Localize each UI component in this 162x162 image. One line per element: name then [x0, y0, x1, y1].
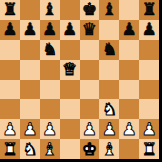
square-e3[interactable] [80, 99, 100, 119]
square-b1[interactable]: ♞ [20, 139, 40, 159]
square-d2[interactable] [60, 119, 80, 139]
square-h7[interactable]: ♟ [139, 20, 159, 40]
square-h3[interactable] [139, 99, 159, 119]
square-a2[interactable]: ♟ [0, 119, 20, 139]
piece-bP-b7: ♟ [22, 21, 37, 38]
square-f2[interactable]: ♟ [99, 119, 119, 139]
square-c8[interactable]: ♝ [40, 0, 60, 20]
square-e4[interactable] [80, 80, 100, 100]
square-a5[interactable] [0, 60, 20, 80]
square-c7[interactable]: ♟ [40, 20, 60, 40]
square-d7[interactable]: ♟ [60, 20, 80, 40]
piece-wB-f1: ♝ [102, 140, 117, 157]
square-e7[interactable]: ♛ [80, 20, 100, 40]
square-a3[interactable] [0, 99, 20, 119]
square-h1[interactable]: ♜ [139, 139, 159, 159]
square-b3[interactable] [20, 99, 40, 119]
square-f1[interactable]: ♝ [99, 139, 119, 159]
square-e1[interactable]: ♚ [80, 139, 100, 159]
square-c4[interactable] [40, 80, 60, 100]
piece-wN-b1: ♞ [22, 140, 37, 157]
square-e6[interactable] [80, 40, 100, 60]
square-a6[interactable] [0, 40, 20, 60]
square-b2[interactable]: ♟ [20, 119, 40, 139]
square-c2[interactable]: ♟ [40, 119, 60, 139]
square-c6[interactable]: ♞ [40, 40, 60, 60]
square-e2[interactable]: ♟ [80, 119, 100, 139]
square-g1[interactable] [119, 139, 139, 159]
piece-bB-c8: ♝ [42, 1, 57, 18]
piece-bP-a7: ♟ [2, 21, 17, 38]
piece-wP-f2: ♟ [102, 120, 117, 137]
piece-wP-c2: ♟ [42, 120, 57, 137]
square-g6[interactable] [119, 40, 139, 60]
square-f5[interactable] [99, 60, 119, 80]
square-c5[interactable] [40, 60, 60, 80]
piece-wK-e1: ♚ [82, 140, 97, 157]
piece-wP-b2: ♟ [22, 120, 37, 137]
square-a4[interactable] [0, 80, 20, 100]
square-d4[interactable] [60, 80, 80, 100]
square-d8[interactable] [60, 0, 80, 20]
chess-board: ♜♝♚♝♜♟♟♟♟♛♟♟♞♞♛♞♟♟♟♟♟♟♟♜♞♝♚♝♜ [0, 0, 159, 159]
piece-bQ-e7: ♛ [82, 21, 97, 38]
square-b4[interactable] [20, 80, 40, 100]
square-h6[interactable] [139, 40, 159, 60]
square-g5[interactable] [119, 60, 139, 80]
square-d1[interactable] [60, 139, 80, 159]
piece-bP-c7: ♟ [42, 21, 57, 38]
square-f6[interactable]: ♞ [99, 40, 119, 60]
square-d5[interactable]: ♛ [60, 60, 80, 80]
piece-bK-e8: ♚ [82, 1, 97, 18]
piece-bR-h8: ♜ [141, 1, 156, 18]
board-frame: ♜♝♚♝♜♟♟♟♟♛♟♟♞♞♛♞♟♟♟♟♟♟♟♜♞♝♚♝♜ [0, 0, 162, 162]
square-b6[interactable] [20, 40, 40, 60]
piece-bN-c6: ♞ [42, 41, 57, 58]
square-b5[interactable] [20, 60, 40, 80]
square-f4[interactable] [99, 80, 119, 100]
piece-bB-f8: ♝ [102, 1, 117, 18]
square-h8[interactable]: ♜ [139, 0, 159, 20]
piece-bP-h7: ♟ [141, 21, 156, 38]
square-h4[interactable] [139, 80, 159, 100]
piece-wP-e2: ♟ [82, 120, 97, 137]
square-a1[interactable]: ♜ [0, 139, 20, 159]
square-a7[interactable]: ♟ [0, 20, 20, 40]
square-d6[interactable] [60, 40, 80, 60]
square-c3[interactable] [40, 99, 60, 119]
square-f7[interactable] [99, 20, 119, 40]
piece-wP-h2: ♟ [141, 120, 156, 137]
piece-wR-h1: ♜ [141, 140, 156, 157]
square-h2[interactable]: ♟ [139, 119, 159, 139]
square-h5[interactable] [139, 60, 159, 80]
piece-bN-f6: ♞ [102, 41, 117, 58]
square-b8[interactable] [20, 0, 40, 20]
square-g8[interactable] [119, 0, 139, 20]
piece-bR-a8: ♜ [2, 1, 17, 18]
piece-wN-f3: ♞ [102, 100, 117, 117]
square-g2[interactable]: ♟ [119, 119, 139, 139]
piece-bP-g7: ♟ [122, 21, 137, 38]
square-g7[interactable]: ♟ [119, 20, 139, 40]
square-a8[interactable]: ♜ [0, 0, 20, 20]
piece-wP-g2: ♟ [122, 120, 137, 137]
square-d3[interactable] [60, 99, 80, 119]
square-e8[interactable]: ♚ [80, 0, 100, 20]
piece-wP-a2: ♟ [2, 120, 17, 137]
square-f8[interactable]: ♝ [99, 0, 119, 20]
piece-wR-a1: ♜ [2, 140, 17, 157]
square-g3[interactable] [119, 99, 139, 119]
square-c1[interactable]: ♝ [40, 139, 60, 159]
piece-bP-d7: ♟ [62, 21, 77, 38]
square-e5[interactable] [80, 60, 100, 80]
square-b7[interactable]: ♟ [20, 20, 40, 40]
square-f3[interactable]: ♞ [99, 99, 119, 119]
square-g4[interactable] [119, 80, 139, 100]
piece-wQ-d5: ♛ [62, 61, 77, 78]
piece-wB-c1: ♝ [42, 140, 57, 157]
